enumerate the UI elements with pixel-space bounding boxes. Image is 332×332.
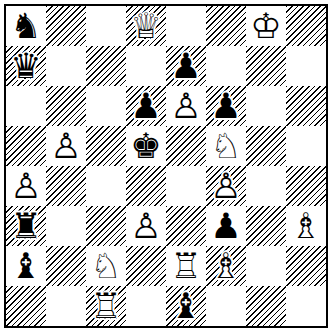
white-king[interactable]: ♔	[246, 6, 286, 46]
square-d1[interactable]	[126, 286, 166, 326]
white-pawn[interactable]: ♙	[46, 126, 86, 166]
square-g1[interactable]	[246, 286, 286, 326]
black-knight[interactable]: ♞	[6, 6, 46, 46]
square-h1[interactable]	[286, 286, 326, 326]
square-a7[interactable]: ♛♛	[6, 46, 46, 86]
square-c1[interactable]: ♜♖	[86, 286, 126, 326]
square-b2[interactable]	[46, 246, 86, 286]
square-a6[interactable]	[6, 86, 46, 126]
square-c8[interactable]	[86, 6, 126, 46]
white-pawn[interactable]: ♙	[166, 86, 206, 126]
square-d6[interactable]: ♟♟	[126, 86, 166, 126]
white-knight[interactable]: ♘	[86, 246, 126, 286]
square-h7[interactable]	[286, 46, 326, 86]
black-queen[interactable]: ♛	[6, 46, 46, 86]
black-bishop[interactable]: ♝	[6, 246, 46, 286]
square-e8[interactable]	[166, 6, 206, 46]
square-f5[interactable]: ♞♘	[206, 126, 246, 166]
square-a4[interactable]: ♟♙	[6, 166, 46, 206]
square-g3[interactable]	[246, 206, 286, 246]
square-d5[interactable]: ♚♚	[126, 126, 166, 166]
white-rook[interactable]: ♖	[86, 286, 126, 326]
white-bishop[interactable]: ♗	[286, 206, 326, 246]
white-rook[interactable]: ♖	[166, 246, 206, 286]
square-a1[interactable]	[6, 286, 46, 326]
black-pawn[interactable]: ♟	[126, 86, 166, 126]
square-e2[interactable]: ♜♖	[166, 246, 206, 286]
black-pawn[interactable]: ♟	[206, 206, 246, 246]
square-b5[interactable]: ♟♙	[46, 126, 86, 166]
square-d7[interactable]	[126, 46, 166, 86]
square-c2[interactable]: ♞♘	[86, 246, 126, 286]
square-c7[interactable]	[86, 46, 126, 86]
square-h4[interactable]	[286, 166, 326, 206]
white-pawn[interactable]: ♙	[6, 166, 46, 206]
square-g2[interactable]	[246, 246, 286, 286]
square-e5[interactable]	[166, 126, 206, 166]
black-pawn[interactable]: ♟	[206, 86, 246, 126]
black-bishop[interactable]: ♝	[166, 286, 206, 326]
square-g4[interactable]	[246, 166, 286, 206]
white-pawn[interactable]: ♙	[126, 206, 166, 246]
square-c3[interactable]	[86, 206, 126, 246]
square-f7[interactable]	[206, 46, 246, 86]
white-knight[interactable]: ♘	[206, 126, 246, 166]
square-h3[interactable]: ♝♗	[286, 206, 326, 246]
chess-board: ♞♞♛♕♚♔♛♛♟♟♟♟♟♙♟♟♟♙♚♚♞♘♟♙♟♙♜♜♟♙♟♟♝♗♝♝♞♘♜♖…	[6, 6, 326, 326]
square-d2[interactable]	[126, 246, 166, 286]
square-e1[interactable]: ♝♝	[166, 286, 206, 326]
square-f8[interactable]	[206, 6, 246, 46]
black-rook[interactable]: ♜	[6, 206, 46, 246]
square-e4[interactable]	[166, 166, 206, 206]
square-f1[interactable]	[206, 286, 246, 326]
square-e6[interactable]: ♟♙	[166, 86, 206, 126]
square-g6[interactable]	[246, 86, 286, 126]
square-d8[interactable]: ♛♕	[126, 6, 166, 46]
square-f3[interactable]: ♟♟	[206, 206, 246, 246]
square-c5[interactable]	[86, 126, 126, 166]
square-a8[interactable]: ♞♞	[6, 6, 46, 46]
square-h5[interactable]	[286, 126, 326, 166]
square-a3[interactable]: ♜♜	[6, 206, 46, 246]
square-c6[interactable]	[86, 86, 126, 126]
square-f6[interactable]: ♟♟	[206, 86, 246, 126]
white-queen[interactable]: ♕	[126, 6, 166, 46]
square-b3[interactable]	[46, 206, 86, 246]
square-d3[interactable]: ♟♙	[126, 206, 166, 246]
white-pawn[interactable]: ♙	[206, 166, 246, 206]
square-c4[interactable]	[86, 166, 126, 206]
square-h8[interactable]	[286, 6, 326, 46]
square-h6[interactable]	[286, 86, 326, 126]
square-f4[interactable]: ♟♙	[206, 166, 246, 206]
black-king[interactable]: ♚	[126, 126, 166, 166]
board-frame: ♞♞♛♕♚♔♛♛♟♟♟♟♟♙♟♟♟♙♚♚♞♘♟♙♟♙♜♜♟♙♟♟♝♗♝♝♞♘♜♖…	[4, 4, 328, 328]
chess-diagram: ♞♞♛♕♚♔♛♛♟♟♟♟♟♙♟♟♟♙♚♚♞♘♟♙♟♙♜♜♟♙♟♟♝♗♝♝♞♘♜♖…	[0, 0, 332, 332]
black-pawn[interactable]: ♟	[166, 46, 206, 86]
square-a5[interactable]	[6, 126, 46, 166]
square-g8[interactable]: ♚♔	[246, 6, 286, 46]
square-a2[interactable]: ♝♝	[6, 246, 46, 286]
square-g5[interactable]	[246, 126, 286, 166]
square-d4[interactable]	[126, 166, 166, 206]
square-e3[interactable]	[166, 206, 206, 246]
square-b6[interactable]	[46, 86, 86, 126]
square-h2[interactable]	[286, 246, 326, 286]
square-b7[interactable]	[46, 46, 86, 86]
white-bishop[interactable]: ♗	[206, 246, 246, 286]
square-g7[interactable]	[246, 46, 286, 86]
square-b1[interactable]	[46, 286, 86, 326]
square-b4[interactable]	[46, 166, 86, 206]
square-e7[interactable]: ♟♟	[166, 46, 206, 86]
square-f2[interactable]: ♝♗	[206, 246, 246, 286]
square-b8[interactable]	[46, 6, 86, 46]
